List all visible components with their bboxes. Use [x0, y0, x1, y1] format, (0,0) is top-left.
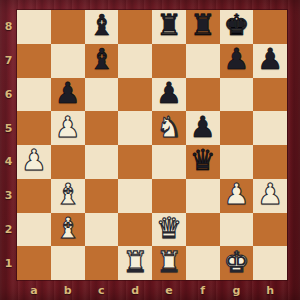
- square-e5[interactable]: ♞: [152, 111, 186, 145]
- piece-white-bishop[interactable]: ♝: [55, 180, 81, 209]
- square-g8[interactable]: ♚: [220, 10, 254, 44]
- square-c2[interactable]: [85, 213, 119, 247]
- piece-black-bishop[interactable]: ♝: [88, 45, 114, 74]
- piece-black-rook[interactable]: ♜: [156, 11, 182, 40]
- square-h4[interactable]: [253, 145, 287, 179]
- piece-black-pawn[interactable]: ♟: [156, 79, 182, 108]
- square-h6[interactable]: [253, 78, 287, 112]
- piece-white-pawn[interactable]: ♟: [257, 180, 283, 209]
- square-h2[interactable]: [253, 213, 287, 247]
- piece-white-pawn[interactable]: ♟: [55, 113, 81, 142]
- square-c5[interactable]: [85, 111, 119, 145]
- file-label-b: b: [51, 280, 85, 300]
- square-a4[interactable]: ♟: [17, 145, 51, 179]
- piece-white-queen[interactable]: ♛: [156, 214, 182, 243]
- square-d6[interactable]: [118, 78, 152, 112]
- square-a1[interactable]: [17, 246, 51, 280]
- square-c1[interactable]: [85, 246, 119, 280]
- square-c6[interactable]: [85, 78, 119, 112]
- square-g1[interactable]: ♚: [220, 246, 254, 280]
- file-label-d: d: [118, 280, 152, 300]
- piece-black-pawn[interactable]: ♟: [190, 113, 216, 142]
- square-b1[interactable]: [51, 246, 85, 280]
- square-e2[interactable]: ♛: [152, 213, 186, 247]
- square-f2[interactable]: [186, 213, 220, 247]
- rank-label-4: 4: [0, 145, 17, 179]
- square-e7[interactable]: [152, 44, 186, 78]
- square-d1[interactable]: ♜: [118, 246, 152, 280]
- square-b6[interactable]: ♟: [51, 78, 85, 112]
- piece-white-pawn[interactable]: ♟: [223, 180, 249, 209]
- chess-board: ♝♜♜♚♝♟♟♟♟♟♞♟♟♛♝♟♟♝♛♜♜♚: [17, 10, 287, 280]
- square-a6[interactable]: [17, 78, 51, 112]
- square-f8[interactable]: ♜: [186, 10, 220, 44]
- piece-black-king[interactable]: ♚: [223, 11, 249, 40]
- square-g2[interactable]: [220, 213, 254, 247]
- piece-black-pawn[interactable]: ♟: [257, 45, 283, 74]
- piece-black-queen[interactable]: ♛: [190, 146, 216, 175]
- piece-white-pawn[interactable]: ♟: [21, 146, 47, 175]
- square-h7[interactable]: ♟: [253, 44, 287, 78]
- file-label-e: e: [152, 280, 186, 300]
- rank-labels: 87654321: [0, 10, 17, 280]
- rank-label-5: 5: [0, 111, 17, 145]
- square-b5[interactable]: ♟: [51, 111, 85, 145]
- square-c4[interactable]: [85, 145, 119, 179]
- rank-label-8: 8: [0, 10, 17, 44]
- square-f7[interactable]: [186, 44, 220, 78]
- square-f1[interactable]: [186, 246, 220, 280]
- file-label-g: g: [220, 280, 254, 300]
- square-e6[interactable]: ♟: [152, 78, 186, 112]
- file-label-a: a: [17, 280, 51, 300]
- square-a2[interactable]: [17, 213, 51, 247]
- piece-white-king[interactable]: ♚: [223, 248, 249, 277]
- piece-black-rook[interactable]: ♜: [190, 11, 216, 40]
- piece-white-knight[interactable]: ♞: [156, 113, 182, 142]
- square-a8[interactable]: [17, 10, 51, 44]
- square-d5[interactable]: [118, 111, 152, 145]
- file-label-h: h: [253, 280, 287, 300]
- piece-black-bishop[interactable]: ♝: [88, 11, 114, 40]
- square-d4[interactable]: [118, 145, 152, 179]
- square-g6[interactable]: [220, 78, 254, 112]
- piece-white-bishop[interactable]: ♝: [55, 214, 81, 243]
- square-f3[interactable]: [186, 179, 220, 213]
- square-c3[interactable]: [85, 179, 119, 213]
- file-label-c: c: [85, 280, 119, 300]
- square-c7[interactable]: ♝: [85, 44, 119, 78]
- piece-white-rook[interactable]: ♜: [156, 248, 182, 277]
- square-a7[interactable]: [17, 44, 51, 78]
- rank-label-7: 7: [0, 44, 17, 78]
- square-h5[interactable]: [253, 111, 287, 145]
- square-e4[interactable]: [152, 145, 186, 179]
- square-g5[interactable]: [220, 111, 254, 145]
- square-h3[interactable]: ♟: [253, 179, 287, 213]
- rank-label-1: 1: [0, 246, 17, 280]
- square-e1[interactable]: ♜: [152, 246, 186, 280]
- square-h1[interactable]: [253, 246, 287, 280]
- rank-label-3: 3: [0, 179, 17, 213]
- square-d3[interactable]: [118, 179, 152, 213]
- square-b8[interactable]: [51, 10, 85, 44]
- square-f5[interactable]: ♟: [186, 111, 220, 145]
- square-g3[interactable]: ♟: [220, 179, 254, 213]
- piece-black-pawn[interactable]: ♟: [223, 45, 249, 74]
- square-c8[interactable]: ♝: [85, 10, 119, 44]
- square-b2[interactable]: ♝: [51, 213, 85, 247]
- square-a3[interactable]: [17, 179, 51, 213]
- square-h8[interactable]: [253, 10, 287, 44]
- square-e8[interactable]: ♜: [152, 10, 186, 44]
- rank-label-2: 2: [0, 213, 17, 247]
- file-labels: abcdefgh: [17, 280, 287, 300]
- square-d7[interactable]: [118, 44, 152, 78]
- piece-white-rook[interactable]: ♜: [122, 248, 148, 277]
- square-d2[interactable]: [118, 213, 152, 247]
- rank-label-6: 6: [0, 78, 17, 112]
- piece-black-pawn[interactable]: ♟: [55, 79, 81, 108]
- square-g7[interactable]: ♟: [220, 44, 254, 78]
- square-b4[interactable]: [51, 145, 85, 179]
- square-e3[interactable]: [152, 179, 186, 213]
- square-d8[interactable]: [118, 10, 152, 44]
- square-a5[interactable]: [17, 111, 51, 145]
- square-f4[interactable]: ♛: [186, 145, 220, 179]
- square-b7[interactable]: [51, 44, 85, 78]
- square-b3[interactable]: ♝: [51, 179, 85, 213]
- file-label-f: f: [186, 280, 220, 300]
- square-f6[interactable]: [186, 78, 220, 112]
- chess-board-frame: 87654321 abcdefgh ♝♜♜♚♝♟♟♟♟♟♞♟♟♛♝♟♟♝♛♜♜♚: [0, 0, 300, 300]
- square-g4[interactable]: [220, 145, 254, 179]
